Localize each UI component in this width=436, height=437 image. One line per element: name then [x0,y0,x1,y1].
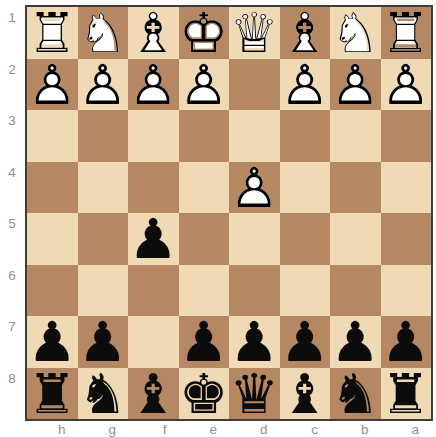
file-label-f: f [128,422,179,437]
rank-label-6: 6 [0,265,24,317]
piece-black-pawn[interactable]: ♟ [179,316,230,368]
piece-white-pawn[interactable]: ♟♙ [381,59,432,111]
chess-board: ♜♖♞♘♝♗♚♔♛♕♝♗♞♘♜♖♟♙♟♙♟♙♟♙♟♙♟♙♟♙♟♙♟♟♟♟♟♟♟♟… [25,5,433,421]
square-d7[interactable]: ♟ [229,316,280,368]
piece-black-pawn[interactable]: ♟ [280,316,331,368]
piece-black-king[interactable]: ♚ [179,368,230,420]
file-label-e: e [179,422,230,437]
square-h6[interactable] [27,265,78,317]
black-piece-glyph: ♛ [229,369,280,421]
square-g6[interactable] [78,265,129,317]
square-h5[interactable] [27,213,78,265]
file-label-b: b [330,422,381,437]
piece-white-knight[interactable]: ♞♘ [78,7,129,59]
square-h4[interactable] [27,162,78,214]
square-e7[interactable]: ♟ [179,316,230,368]
piece-black-pawn[interactable]: ♟ [330,316,381,368]
piece-white-pawn[interactable]: ♟♙ [179,59,230,111]
piece-white-rook[interactable]: ♜♖ [381,7,432,59]
rank-label-2: 2 [0,59,24,111]
white-piece-outline: ♙ [128,60,179,112]
square-h2[interactable]: ♟♙ [27,59,78,111]
file-labels: hgfedcba [27,422,431,437]
white-piece-outline: ♙ [280,60,331,112]
square-c5[interactable] [280,213,331,265]
square-a8[interactable]: ♜ [381,368,432,420]
file-label-g: g [78,422,129,437]
square-e1[interactable]: ♚♔ [179,7,230,59]
square-d5[interactable] [229,213,280,265]
black-piece-glyph: ♚ [179,369,230,421]
square-h7[interactable]: ♟ [27,316,78,368]
square-e3[interactable] [179,110,230,162]
piece-white-bishop[interactable]: ♝♗ [280,7,331,59]
square-b4[interactable] [330,162,381,214]
square-b3[interactable] [330,110,381,162]
white-piece-outline: ♙ [27,60,78,112]
square-c7[interactable]: ♟ [280,316,331,368]
piece-black-queen[interactable]: ♛ [229,368,280,420]
square-h8[interactable]: ♜ [27,368,78,420]
white-piece-outline: ♕ [229,8,280,60]
square-c3[interactable] [280,110,331,162]
square-d1[interactable]: ♛♕ [229,7,280,59]
file-label-h: h [27,422,78,437]
rank-label-3: 3 [0,110,24,162]
square-f7[interactable] [128,316,179,368]
rank-label-1: 1 [0,7,24,59]
piece-white-knight[interactable]: ♞♘ [330,7,381,59]
square-e4[interactable] [179,162,230,214]
black-piece-glyph: ♜ [381,369,432,421]
file-label-c: c [280,422,331,437]
file-label-a: a [381,422,432,437]
square-d2[interactable] [229,59,280,111]
black-piece-glyph: ♞ [330,369,381,421]
square-b1[interactable]: ♞♘ [330,7,381,59]
square-a7[interactable]: ♟ [381,316,432,368]
square-c8[interactable]: ♝ [280,368,331,420]
square-e2[interactable]: ♟♙ [179,59,230,111]
rank-labels: 12345678 [0,7,24,419]
piece-white-queen[interactable]: ♛♕ [229,7,280,59]
piece-white-bishop[interactable]: ♝♗ [128,7,179,59]
square-c4[interactable] [280,162,331,214]
piece-black-knight[interactable]: ♞ [330,368,381,420]
square-f5[interactable]: ♟ [128,213,179,265]
square-b8[interactable]: ♞ [330,368,381,420]
square-b7[interactable]: ♟ [330,316,381,368]
square-c1[interactable]: ♝♗ [280,7,331,59]
square-f2[interactable]: ♟♙ [128,59,179,111]
square-e8[interactable]: ♚ [179,368,230,420]
white-piece-outline: ♙ [330,60,381,112]
white-piece-outline: ♙ [381,60,432,112]
piece-black-pawn[interactable]: ♟ [27,316,78,368]
rank-label-5: 5 [0,213,24,265]
piece-white-pawn[interactable]: ♟♙ [330,59,381,111]
black-piece-glyph: ♝ [280,369,331,421]
square-d8[interactable]: ♛ [229,368,280,420]
chess-board-screenshot: 12345678 ♜♖♞♘♝♗♚♔♛♕♝♗♞♘♜♖♟♙♟♙♟♙♟♙♟♙♟♙♟♙♟… [0,0,436,437]
piece-white-pawn[interactable]: ♟♙ [78,59,129,111]
square-g5[interactable] [78,213,129,265]
square-b5[interactable] [330,213,381,265]
square-b6[interactable] [330,265,381,317]
piece-white-pawn[interactable]: ♟♙ [128,59,179,111]
piece-black-pawn[interactable]: ♟ [229,316,280,368]
square-b2[interactable]: ♟♙ [330,59,381,111]
black-piece-glyph: ♞ [78,369,129,421]
square-a3[interactable] [381,110,432,162]
square-f8[interactable]: ♝ [128,368,179,420]
piece-white-king[interactable]: ♚♔ [179,7,230,59]
square-a1[interactable]: ♜♖ [381,7,432,59]
square-d4[interactable]: ♟♙ [229,162,280,214]
piece-black-pawn[interactable]: ♟ [78,316,129,368]
square-g8[interactable]: ♞ [78,368,129,420]
square-a2[interactable]: ♟♙ [381,59,432,111]
square-e5[interactable] [179,213,230,265]
square-a6[interactable] [381,265,432,317]
piece-white-pawn[interactable]: ♟♙ [280,59,331,111]
square-d3[interactable] [229,110,280,162]
square-h1[interactable]: ♜♖ [27,7,78,59]
square-g3[interactable] [78,110,129,162]
black-piece-glyph: ♝ [128,369,179,421]
white-piece-outline: ♙ [229,163,280,215]
square-f4[interactable] [128,162,179,214]
file-label-d: d [229,422,280,437]
square-g4[interactable] [78,162,129,214]
square-g7[interactable]: ♟ [78,316,129,368]
square-a5[interactable] [381,213,432,265]
white-piece-outline: ♙ [179,60,230,112]
square-c6[interactable] [280,265,331,317]
black-piece-glyph: ♟ [128,214,179,266]
square-d6[interactable] [229,265,280,317]
piece-black-pawn[interactable]: ♟ [128,213,179,265]
piece-white-pawn[interactable]: ♟♙ [27,59,78,111]
piece-black-rook[interactable]: ♜ [381,368,432,420]
piece-black-rook[interactable]: ♜ [27,368,78,420]
rank-label-8: 8 [0,368,24,420]
piece-black-knight[interactable]: ♞ [78,368,129,420]
square-g2[interactable]: ♟♙ [78,59,129,111]
square-h3[interactable] [27,110,78,162]
square-g1[interactable]: ♞♘ [78,7,129,59]
black-piece-glyph: ♜ [27,369,78,421]
piece-black-bishop[interactable]: ♝ [128,368,179,420]
square-f3[interactable] [128,110,179,162]
piece-black-pawn[interactable]: ♟ [381,316,432,368]
piece-black-bishop[interactable]: ♝ [280,368,331,420]
square-a4[interactable] [381,162,432,214]
piece-white-pawn[interactable]: ♟♙ [229,162,280,214]
rank-label-7: 7 [0,316,24,368]
square-c2[interactable]: ♟♙ [280,59,331,111]
white-piece-outline: ♙ [78,60,129,112]
square-e6[interactable] [179,265,230,317]
square-f1[interactable]: ♝♗ [128,7,179,59]
rank-label-4: 4 [0,162,24,214]
piece-white-rook[interactable]: ♜♖ [27,7,78,59]
square-f6[interactable] [128,265,179,317]
